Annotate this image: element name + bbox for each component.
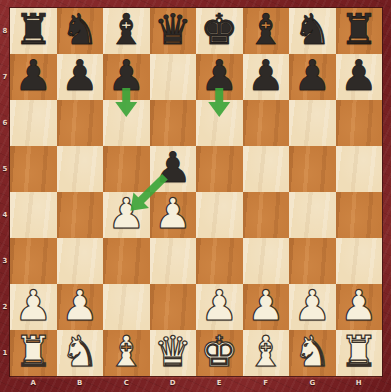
square-e6[interactable] — [196, 100, 243, 146]
file-label-c: C — [119, 379, 133, 387]
square-c4[interactable]: ♟ — [103, 192, 150, 238]
square-a3[interactable] — [10, 238, 57, 284]
square-a7[interactable]: ♟ — [10, 54, 57, 100]
square-h7[interactable]: ♟ — [336, 54, 383, 100]
board: ♜♞♝♛♚♝♞♜♟♟♟♟♟♟♟♟♟♟♟♟♟♟♟♟♜♞♝♛♚♝♞♜ — [10, 8, 382, 376]
white-rook-h1[interactable]: ♜ — [340, 331, 378, 373]
square-c2[interactable] — [103, 284, 150, 330]
square-c1[interactable]: ♝ — [103, 330, 150, 376]
white-pawn-c4[interactable]: ♟ — [107, 193, 145, 235]
square-f5[interactable] — [243, 146, 290, 192]
square-b5[interactable] — [57, 146, 104, 192]
square-g5[interactable] — [289, 146, 336, 192]
square-d1[interactable]: ♛ — [150, 330, 197, 376]
white-queen-d1[interactable]: ♛ — [154, 331, 192, 373]
white-bishop-f1[interactable]: ♝ — [247, 331, 285, 373]
rank-label-6: 6 — [1, 119, 9, 127]
square-b8[interactable]: ♞ — [57, 8, 104, 54]
square-h3[interactable] — [336, 238, 383, 284]
square-g1[interactable]: ♞ — [289, 330, 336, 376]
rank-label-1: 1 — [1, 349, 9, 357]
black-knight-g8[interactable]: ♞ — [293, 9, 331, 51]
square-d4[interactable]: ♟ — [150, 192, 197, 238]
square-a1[interactable]: ♜ — [10, 330, 57, 376]
square-g3[interactable] — [289, 238, 336, 284]
square-c7[interactable]: ♟ — [103, 54, 150, 100]
white-pawn-h2[interactable]: ♟ — [340, 285, 378, 327]
square-e4[interactable] — [196, 192, 243, 238]
rank-label-3: 3 — [1, 257, 9, 265]
square-g4[interactable] — [289, 192, 336, 238]
black-queen-d8[interactable]: ♛ — [154, 9, 192, 51]
white-knight-g1[interactable]: ♞ — [293, 331, 331, 373]
white-pawn-a2[interactable]: ♟ — [14, 285, 52, 327]
square-f8[interactable]: ♝ — [243, 8, 290, 54]
file-label-f: F — [259, 379, 273, 387]
square-b7[interactable]: ♟ — [57, 54, 104, 100]
black-pawn-a7[interactable]: ♟ — [14, 55, 52, 97]
square-b4[interactable] — [57, 192, 104, 238]
rank-label-7: 7 — [1, 73, 9, 81]
rank-label-8: 8 — [1, 27, 9, 35]
square-f7[interactable]: ♟ — [243, 54, 290, 100]
square-a4[interactable] — [10, 192, 57, 238]
black-rook-h8[interactable]: ♜ — [340, 9, 378, 51]
black-bishop-f8[interactable]: ♝ — [247, 9, 285, 51]
white-pawn-d4[interactable]: ♟ — [154, 193, 192, 235]
square-c6[interactable] — [103, 100, 150, 146]
square-g7[interactable]: ♟ — [289, 54, 336, 100]
black-pawn-d5[interactable]: ♟ — [154, 147, 192, 189]
black-pawn-e7[interactable]: ♟ — [200, 55, 238, 97]
black-pawn-g7[interactable]: ♟ — [293, 55, 331, 97]
square-h6[interactable] — [336, 100, 383, 146]
square-a2[interactable]: ♟ — [10, 284, 57, 330]
square-c3[interactable] — [103, 238, 150, 284]
square-h1[interactable]: ♜ — [336, 330, 383, 376]
square-f4[interactable] — [243, 192, 290, 238]
square-f2[interactable]: ♟ — [243, 284, 290, 330]
square-e3[interactable] — [196, 238, 243, 284]
square-e7[interactable]: ♟ — [196, 54, 243, 100]
square-g8[interactable]: ♞ — [289, 8, 336, 54]
rank-label-4: 4 — [1, 211, 9, 219]
square-a5[interactable] — [10, 146, 57, 192]
white-pawn-f2[interactable]: ♟ — [247, 285, 285, 327]
square-f6[interactable] — [243, 100, 290, 146]
square-d3[interactable] — [150, 238, 197, 284]
white-rook-a1[interactable]: ♜ — [14, 331, 52, 373]
square-e5[interactable] — [196, 146, 243, 192]
black-pawn-b7[interactable]: ♟ — [61, 55, 99, 97]
file-label-b: B — [73, 379, 87, 387]
square-g2[interactable]: ♟ — [289, 284, 336, 330]
black-pawn-c7[interactable]: ♟ — [107, 55, 145, 97]
file-label-g: G — [305, 379, 319, 387]
rank-label-2: 2 — [1, 303, 9, 311]
square-d7[interactable] — [150, 54, 197, 100]
file-label-e: E — [212, 379, 226, 387]
black-king-e8[interactable]: ♚ — [200, 9, 238, 51]
square-a8[interactable]: ♜ — [10, 8, 57, 54]
white-pawn-e2[interactable]: ♟ — [200, 285, 238, 327]
square-d8[interactable]: ♛ — [150, 8, 197, 54]
square-f3[interactable] — [243, 238, 290, 284]
square-c8[interactable]: ♝ — [103, 8, 150, 54]
square-h8[interactable]: ♜ — [336, 8, 383, 54]
square-a6[interactable] — [10, 100, 57, 146]
square-e1[interactable]: ♚ — [196, 330, 243, 376]
black-rook-a8[interactable]: ♜ — [14, 9, 52, 51]
file-label-h: H — [352, 379, 366, 387]
white-pawn-b2[interactable]: ♟ — [61, 285, 99, 327]
square-h4[interactable] — [336, 192, 383, 238]
square-e2[interactable]: ♟ — [196, 284, 243, 330]
board-frame: ♜♞♝♛♚♝♞♜♟♟♟♟♟♟♟♟♟♟♟♟♟♟♟♟♜♞♝♛♚♝♞♜ 8765432… — [0, 0, 391, 392]
square-h2[interactable]: ♟ — [336, 284, 383, 330]
white-knight-b1[interactable]: ♞ — [61, 331, 99, 373]
white-pawn-g2[interactable]: ♟ — [293, 285, 331, 327]
square-b3[interactable] — [57, 238, 104, 284]
square-c5[interactable] — [103, 146, 150, 192]
file-label-a: A — [26, 379, 40, 387]
square-h5[interactable] — [336, 146, 383, 192]
square-b2[interactable]: ♟ — [57, 284, 104, 330]
file-label-d: D — [166, 379, 180, 387]
square-d6[interactable] — [150, 100, 197, 146]
square-f1[interactable]: ♝ — [243, 330, 290, 376]
white-bishop-c1[interactable]: ♝ — [107, 331, 145, 373]
square-d5[interactable]: ♟ — [150, 146, 197, 192]
black-pawn-h7[interactable]: ♟ — [340, 55, 378, 97]
square-b6[interactable] — [57, 100, 104, 146]
black-bishop-c8[interactable]: ♝ — [107, 9, 145, 51]
square-g6[interactable] — [289, 100, 336, 146]
square-d2[interactable] — [150, 284, 197, 330]
black-knight-b8[interactable]: ♞ — [61, 9, 99, 51]
square-e8[interactable]: ♚ — [196, 8, 243, 54]
white-king-e1[interactable]: ♚ — [200, 331, 238, 373]
black-pawn-f7[interactable]: ♟ — [247, 55, 285, 97]
rank-label-5: 5 — [1, 165, 9, 173]
square-b1[interactable]: ♞ — [57, 330, 104, 376]
